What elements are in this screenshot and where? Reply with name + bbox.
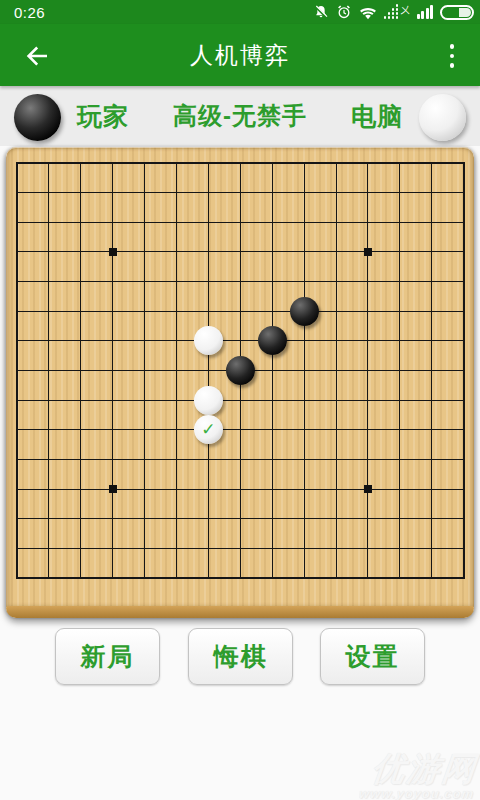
- grid-line-horizontal: [16, 489, 465, 490]
- black-stone: [258, 326, 287, 355]
- grid-line-horizontal: [16, 429, 465, 430]
- difficulty-mode-label: 高级-无禁手: [0, 86, 480, 146]
- star-point: [109, 248, 117, 256]
- white-stone: [194, 386, 223, 415]
- status-bar: 0:26 㐅: [0, 0, 480, 24]
- star-point: [364, 248, 372, 256]
- star-point: [109, 485, 117, 493]
- network-dots-icon: 㐅: [384, 6, 410, 19]
- watermark-url: www.yoyou.com: [358, 787, 474, 800]
- grid-line-vertical: [431, 162, 432, 579]
- player-bar: 玩家 高级-无禁手 电脑: [0, 86, 480, 146]
- grid-line-horizontal: [16, 548, 465, 549]
- star-point: [364, 485, 372, 493]
- watermark-title: 优游网: [360, 752, 479, 785]
- app-bar: 人机博弈: [0, 24, 480, 86]
- gomoku-board: ✓: [6, 147, 474, 618]
- board-bevel: [6, 606, 474, 618]
- grid-line-horizontal: [16, 400, 465, 401]
- app-screen: 0:26 㐅: [0, 0, 480, 800]
- page-title: 人机博弈: [0, 24, 480, 86]
- grid-line-vertical: [272, 162, 273, 579]
- grid-line-vertical: [304, 162, 305, 579]
- controls-bar: 新局 悔棋 设置: [0, 628, 480, 686]
- white-stone: ✓: [194, 415, 223, 444]
- black-stone: [290, 297, 319, 326]
- grid-line-vertical: [399, 162, 400, 579]
- wifi-icon: [359, 5, 377, 20]
- new-game-button[interactable]: 新局: [55, 628, 160, 685]
- clock-time: 0:26: [14, 4, 45, 21]
- black-stone: [226, 356, 255, 385]
- computer-label: 电脑: [351, 86, 403, 146]
- grid-line-horizontal: [16, 518, 465, 519]
- last-move-check-icon: ✓: [201, 421, 215, 438]
- signal-bars-icon: [417, 5, 434, 19]
- grid-line-horizontal: [16, 459, 465, 460]
- white-stone: [194, 326, 223, 355]
- grid-line-vertical: [367, 162, 368, 579]
- bell-muted-icon: [313, 4, 329, 20]
- overflow-menu-button[interactable]: [442, 40, 462, 72]
- alarm-clock-icon: [336, 4, 352, 20]
- grid-line-vertical: [336, 162, 337, 579]
- status-icons: 㐅: [313, 4, 475, 20]
- undo-button[interactable]: 悔棋: [188, 628, 293, 685]
- watermark: 优游网 www.yoyou.com: [358, 752, 478, 800]
- grid-line-horizontal: [16, 577, 465, 579]
- battery-icon: [440, 5, 474, 20]
- computer-white-stone-icon: [419, 94, 466, 141]
- grid-line-vertical: [463, 162, 465, 579]
- settings-button[interactable]: 设置: [320, 628, 425, 685]
- board-grid[interactable]: ✓: [6, 147, 474, 607]
